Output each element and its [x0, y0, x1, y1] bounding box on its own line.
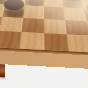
board-front-edge — [0, 59, 88, 86]
board-square[interactable] — [44, 33, 69, 51]
wood-grain — [44, 33, 69, 51]
board-square[interactable] — [23, 6, 44, 19]
wood-grain — [23, 6, 44, 19]
wood-grain — [67, 34, 88, 52]
board-square[interactable] — [67, 34, 88, 52]
checkers-board — [0, 0, 88, 73]
board-playfield — [0, 0, 88, 55]
board-square[interactable] — [65, 20, 88, 36]
board-square[interactable] — [44, 7, 65, 20]
wood-grain — [21, 18, 44, 33]
board-square[interactable] — [0, 17, 23, 32]
board-square[interactable] — [44, 19, 67, 34]
wood-grain — [44, 19, 67, 34]
board-scene — [0, 0, 88, 88]
board-square[interactable] — [2, 4, 25, 17]
wood-grain — [0, 17, 23, 32]
wood-grain — [19, 32, 44, 50]
wood-grain — [44, 7, 65, 20]
board-square[interactable] — [19, 32, 44, 50]
wood-grain — [65, 20, 88, 36]
photo-stage — [0, 0, 88, 88]
board-square[interactable] — [0, 31, 21, 49]
board-square[interactable] — [21, 18, 44, 33]
checker-piece-dark[interactable] — [3, 0, 24, 10]
wood-grain — [0, 31, 21, 49]
